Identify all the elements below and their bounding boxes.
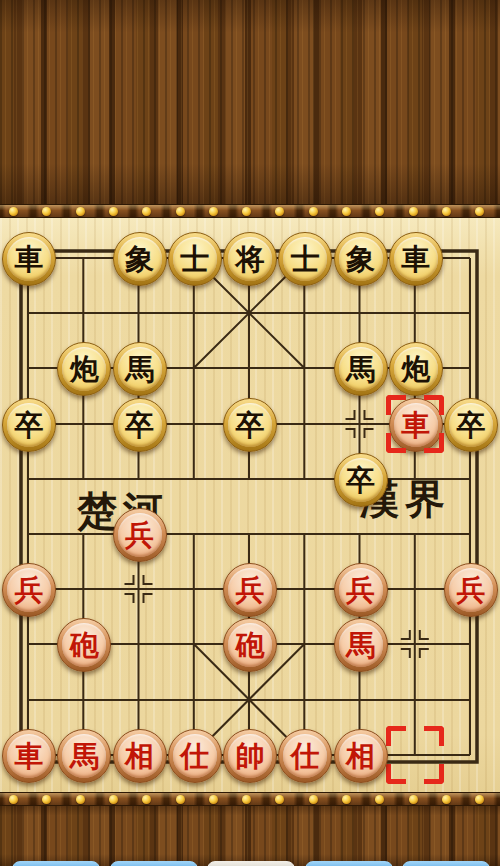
rivet-icon [76, 207, 85, 216]
black-elephant[interactable]: 象 [113, 232, 167, 286]
wood-background-top [0, 0, 500, 204]
black-advisor[interactable]: 士 [168, 232, 222, 286]
piece-character: 車 [7, 237, 51, 281]
rivet-icon [475, 795, 484, 804]
rivet-icon [242, 795, 251, 804]
rivet-icon [442, 795, 451, 804]
piece-character: 将 [228, 237, 272, 281]
piece-character: 馬 [339, 623, 383, 667]
bracket-corner-icon [386, 433, 406, 453]
piece-character: 兵 [339, 568, 383, 612]
piece-character: 馬 [62, 734, 106, 778]
red-pawn[interactable]: 兵 [334, 563, 388, 617]
rivet-icon [409, 795, 418, 804]
red-cannon[interactable]: 砲 [223, 618, 277, 672]
piece-character: 卒 [7, 403, 51, 447]
bottom-button-3[interactable] [207, 861, 295, 866]
red-chariot[interactable]: 車 [2, 729, 56, 783]
piece-character: 士 [173, 237, 217, 281]
rivet-icon [42, 795, 51, 804]
bracket-corner-icon [386, 395, 406, 415]
red-pawn[interactable]: 兵 [444, 563, 498, 617]
piece-character: 象 [118, 237, 162, 281]
wood-background-bottom [0, 806, 500, 866]
bracket-corner-icon [386, 764, 406, 784]
piece-character: 相 [118, 734, 162, 778]
rivet-icon [9, 795, 18, 804]
piece-character: 卒 [339, 458, 383, 502]
piece-character: 炮 [62, 347, 106, 391]
black-cannon[interactable]: 炮 [57, 342, 111, 396]
rivet-icon [309, 795, 318, 804]
bottom-button-4[interactable] [305, 861, 393, 866]
black-pawn[interactable]: 卒 [444, 398, 498, 452]
black-advisor[interactable]: 士 [278, 232, 332, 286]
rivet-icon [142, 207, 151, 216]
rivet-icon [76, 795, 85, 804]
rivet-icon [9, 207, 18, 216]
piece-character: 兵 [449, 568, 493, 612]
rivet-icon [209, 207, 218, 216]
rivet-icon [475, 207, 484, 216]
bracket-corner-icon [424, 395, 444, 415]
piece-character: 卒 [118, 403, 162, 447]
xiangqi-board[interactable]: 楚河 漢界 車象士将士象車炮馬馬炮卒卒卒車卒卒兵兵兵兵兵砲砲馬車馬相仕帥仕相 [0, 218, 500, 792]
red-horse[interactable]: 馬 [334, 618, 388, 672]
piece-character: 兵 [228, 568, 272, 612]
rivet-icon [342, 795, 351, 804]
piece-character: 砲 [228, 623, 272, 667]
piece-character: 馬 [339, 347, 383, 391]
black-general[interactable]: 将 [223, 232, 277, 286]
piece-character: 兵 [118, 513, 162, 557]
piece-character: 炮 [394, 347, 438, 391]
rivet-icon [176, 795, 185, 804]
rivet-icon [442, 207, 451, 216]
rivet-icon [409, 207, 418, 216]
piece-character: 車 [7, 734, 51, 778]
black-chariot[interactable]: 車 [389, 232, 443, 286]
piece-character: 帥 [228, 734, 272, 778]
rivet-icon [342, 207, 351, 216]
rivet-icon [209, 795, 218, 804]
piece-character: 砲 [62, 623, 106, 667]
piece-character: 仕 [283, 734, 327, 778]
piece-character: 卒 [228, 403, 272, 447]
rivet-icon [109, 795, 118, 804]
red-cannon[interactable]: 砲 [57, 618, 111, 672]
piece-character: 兵 [7, 568, 51, 612]
red-horse[interactable]: 馬 [57, 729, 111, 783]
piece-character: 卒 [449, 403, 493, 447]
board-rail-bottom [0, 792, 500, 806]
bottom-button-5[interactable] [402, 861, 490, 866]
black-horse[interactable]: 馬 [334, 342, 388, 396]
rivet-icon [142, 795, 151, 804]
black-horse[interactable]: 馬 [113, 342, 167, 396]
board-rail-top [0, 204, 500, 218]
rivet-icon [109, 207, 118, 216]
xiangqi-game-screen: 楚河 漢界 車象士将士象車炮馬馬炮卒卒卒車卒卒兵兵兵兵兵砲砲馬車馬相仕帥仕相 [0, 0, 500, 866]
bracket-corner-icon [424, 726, 444, 746]
bracket-corner-icon [424, 764, 444, 784]
bracket-corner-icon [386, 726, 406, 746]
red-advisor[interactable]: 仕 [278, 729, 332, 783]
rivet-icon [42, 207, 51, 216]
black-pawn[interactable]: 卒 [113, 398, 167, 452]
red-pawn[interactable]: 兵 [2, 563, 56, 617]
red-pawn[interactable]: 兵 [113, 508, 167, 562]
black-chariot[interactable]: 車 [2, 232, 56, 286]
last-move-destination-marker [386, 395, 444, 453]
rivet-icon [375, 207, 384, 216]
piece-character: 士 [283, 237, 327, 281]
black-pawn[interactable]: 卒 [334, 453, 388, 507]
red-advisor[interactable]: 仕 [168, 729, 222, 783]
red-general[interactable]: 帥 [223, 729, 277, 783]
rivet-icon [375, 795, 384, 804]
bracket-corner-icon [424, 433, 444, 453]
bottom-button-2[interactable] [110, 861, 198, 866]
black-cannon[interactable]: 炮 [389, 342, 443, 396]
rivet-icon [275, 795, 284, 804]
piece-character: 馬 [118, 347, 162, 391]
rivet-icon [275, 207, 284, 216]
bottom-button-1[interactable] [12, 861, 100, 866]
black-pawn[interactable]: 卒 [2, 398, 56, 452]
black-pawn[interactable]: 卒 [223, 398, 277, 452]
rivet-icon [309, 207, 318, 216]
last-move-origin-marker [386, 726, 444, 784]
piece-character: 象 [339, 237, 383, 281]
red-pawn[interactable]: 兵 [223, 563, 277, 617]
piece-character: 仕 [173, 734, 217, 778]
red-elephant[interactable]: 相 [113, 729, 167, 783]
red-elephant[interactable]: 相 [334, 729, 388, 783]
piece-character: 相 [339, 734, 383, 778]
rivet-icon [242, 207, 251, 216]
rivet-icon [176, 207, 185, 216]
black-elephant[interactable]: 象 [334, 232, 388, 286]
piece-character: 車 [394, 237, 438, 281]
